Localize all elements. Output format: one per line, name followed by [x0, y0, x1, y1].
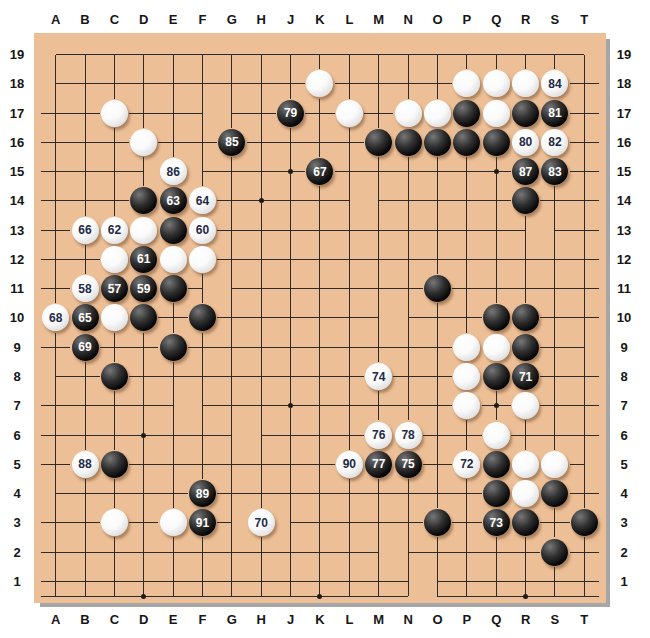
stone-white-C3[interactable]	[101, 509, 128, 536]
intersection-H16[interactable]	[423, 157, 452, 186]
intersection-B8[interactable]	[70, 479, 99, 508]
intersection-Q18[interactable]	[70, 99, 99, 128]
intersection-P6[interactable]	[276, 567, 305, 596]
intersection-N6[interactable]	[217, 567, 246, 596]
intersection-Q14[interactable]	[540, 245, 569, 274]
stone-white-E15[interactable]: 86	[160, 158, 187, 185]
stone-black-R15[interactable]: 87	[512, 158, 539, 185]
intersection-Q13[interactable]	[276, 303, 305, 332]
intersection-A17[interactable]	[217, 99, 246, 128]
intersection-C8[interactable]	[100, 479, 129, 508]
stone-black-O11[interactable]	[424, 275, 451, 302]
stone-white-Q6[interactable]	[483, 422, 510, 449]
intersection-P19[interactable]	[452, 40, 481, 69]
intersection-O8[interactable]	[452, 479, 481, 508]
intersection-N18[interactable]	[423, 69, 452, 98]
intersection-L19[interactable]	[335, 40, 364, 69]
stone-black-K15[interactable]: 67	[306, 158, 333, 185]
stone-white-M6[interactable]: 76	[365, 422, 392, 449]
intersection-K8[interactable]	[335, 479, 364, 508]
stone-white-R18[interactable]	[512, 70, 539, 97]
intersection-M8[interactable]	[393, 479, 422, 508]
intersection-O16[interactable]	[100, 186, 129, 215]
intersection-E18[interactable]	[158, 69, 187, 98]
intersection-A14[interactable]	[540, 216, 569, 245]
stone-white-B13[interactable]: 66	[72, 217, 99, 244]
intersection-A10[interactable]	[188, 391, 217, 420]
intersection-N14[interactable]	[452, 245, 481, 274]
stone-white-C12[interactable]	[101, 246, 128, 273]
intersection-B14[interactable]	[570, 216, 599, 245]
stone-black-C5[interactable]	[101, 451, 128, 478]
intersection-D16[interactable]	[276, 157, 305, 186]
intersection-E9[interactable]	[423, 420, 452, 449]
stone-white-Q18[interactable]	[483, 70, 510, 97]
stone-white-F14[interactable]: 64	[189, 187, 216, 214]
intersection-S8[interactable]	[129, 508, 158, 537]
intersection-K17[interactable]	[188, 128, 217, 157]
intersection-G12[interactable]	[100, 333, 129, 362]
intersection-S9[interactable]	[423, 450, 452, 479]
intersection-J10[interactable]	[423, 391, 452, 420]
intersection-M12[interactable]	[276, 333, 305, 362]
intersection-D13[interactable]	[305, 274, 334, 303]
intersection-T19[interactable]	[570, 40, 599, 69]
intersection-T11[interactable]	[158, 391, 187, 420]
intersection-S6[interactable]	[364, 567, 393, 596]
intersection-T13[interactable]	[364, 303, 393, 332]
intersection-L11[interactable]	[393, 362, 422, 391]
intersection-F9[interactable]	[452, 420, 481, 449]
intersection-L12[interactable]	[247, 333, 276, 362]
stone-black-C8[interactable]	[101, 363, 128, 390]
intersection-B6[interactable]	[423, 537, 452, 566]
intersection-M18[interactable]	[393, 69, 422, 98]
intersection-J13[interactable]	[482, 274, 511, 303]
intersection-C16[interactable]	[247, 157, 276, 186]
intersection-A12[interactable]	[393, 303, 422, 332]
intersection-M7[interactable]	[158, 537, 187, 566]
stone-black-B9[interactable]: 69	[72, 334, 99, 361]
intersection-F7[interactable]	[452, 508, 481, 537]
stone-white-F13[interactable]: 60	[189, 217, 216, 244]
intersection-H7[interactable]	[41, 537, 70, 566]
stone-black-M16[interactable]	[365, 129, 392, 156]
intersection-K13[interactable]	[511, 274, 540, 303]
intersection-N12[interactable]	[305, 333, 334, 362]
intersection-R15[interactable]	[452, 216, 481, 245]
intersection-T15[interactable]	[511, 216, 540, 245]
stone-white-C17[interactable]	[101, 100, 128, 127]
intersection-S18[interactable]	[158, 99, 187, 128]
stone-black-R10[interactable]	[512, 304, 539, 331]
intersection-R10[interactable]	[158, 420, 187, 449]
stone-black-Q3[interactable]: 73	[483, 509, 510, 536]
intersection-M13[interactable]	[570, 274, 599, 303]
stone-white-E3[interactable]	[160, 509, 187, 536]
intersection-D19[interactable]	[129, 40, 158, 69]
intersection-T6[interactable]	[393, 567, 422, 596]
intersection-S17[interactable]	[100, 157, 129, 186]
intersection-H6[interactable]	[70, 567, 99, 596]
intersection-J9[interactable]	[570, 420, 599, 449]
intersection-Q12[interactable]	[393, 333, 422, 362]
intersection-C15[interactable]	[423, 186, 452, 215]
intersection-J15[interactable]	[217, 216, 246, 245]
intersection-H8[interactable]	[276, 479, 305, 508]
stone-black-B10[interactable]: 65	[72, 304, 99, 331]
intersection-K14[interactable]	[364, 245, 393, 274]
intersection-F17[interactable]	[41, 128, 70, 157]
stone-black-J17[interactable]: 79	[277, 100, 304, 127]
intersection-F10[interactable]	[335, 391, 364, 420]
intersection-O18[interactable]	[570, 69, 599, 98]
intersection-J17[interactable]	[158, 128, 187, 157]
stone-black-E14[interactable]: 63	[160, 187, 187, 214]
stone-white-F12[interactable]	[189, 246, 216, 273]
stone-black-F4[interactable]: 89	[189, 480, 216, 507]
stone-black-M5[interactable]: 77	[365, 451, 392, 478]
intersection-R7[interactable]	[305, 537, 334, 566]
stone-white-E12[interactable]	[160, 246, 187, 273]
stone-white-P8[interactable]	[453, 363, 480, 390]
intersection-A15[interactable]	[364, 186, 393, 215]
intersection-E17[interactable]	[570, 99, 599, 128]
intersection-S10[interactable]	[188, 420, 217, 449]
intersection-P12[interactable]	[364, 333, 393, 362]
stone-black-C11[interactable]: 57	[101, 275, 128, 302]
intersection-J8[interactable]	[305, 479, 334, 508]
intersection-K19[interactable]	[305, 40, 334, 69]
stone-white-R5[interactable]	[512, 451, 539, 478]
intersection-D5[interactable]	[511, 567, 540, 596]
intersection-N13[interactable]	[158, 303, 187, 332]
intersection-F15[interactable]	[540, 186, 569, 215]
stone-white-N6[interactable]: 78	[395, 422, 422, 449]
intersection-M10[interactable]	[570, 391, 599, 420]
intersection-T7[interactable]	[364, 537, 393, 566]
intersection-H17[interactable]	[100, 128, 129, 157]
intersection-T10[interactable]	[217, 420, 246, 449]
intersection-B5[interactable]	[452, 567, 481, 596]
stone-white-P5[interactable]: 72	[453, 451, 480, 478]
stone-black-Q16[interactable]	[483, 129, 510, 156]
intersection-K18[interactable]	[335, 69, 364, 98]
intersection-L8[interactable]	[364, 479, 393, 508]
intersection-K11[interactable]	[335, 362, 364, 391]
intersection-E5[interactable]	[540, 567, 569, 596]
intersection-M19[interactable]	[364, 40, 393, 69]
intersection-R14[interactable]	[570, 245, 599, 274]
stone-white-M8[interactable]: 74	[365, 363, 392, 390]
intersection-F11[interactable]	[217, 362, 246, 391]
intersection-R16[interactable]	[276, 186, 305, 215]
intersection-A19[interactable]	[41, 40, 70, 69]
intersection-G18[interactable]	[217, 69, 246, 98]
intersection-R13[interactable]	[305, 303, 334, 332]
intersection-E19[interactable]	[158, 40, 187, 69]
intersection-N19[interactable]	[393, 40, 422, 69]
intersection-D10[interactable]	[276, 391, 305, 420]
intersection-Q8[interactable]	[41, 508, 70, 537]
intersection-K15[interactable]	[247, 216, 276, 245]
intersection-J18[interactable]	[276, 69, 305, 98]
intersection-F12[interactable]	[41, 333, 70, 362]
intersection-R9[interactable]	[305, 450, 334, 479]
stone-black-D14[interactable]	[130, 187, 157, 214]
stone-white-C10[interactable]	[101, 304, 128, 331]
intersection-P15[interactable]	[393, 216, 422, 245]
intersection-Q10[interactable]	[129, 420, 158, 449]
stone-black-E11[interactable]	[160, 275, 187, 302]
stone-black-F10[interactable]	[189, 304, 216, 331]
intersection-O14[interactable]	[482, 245, 511, 274]
intersection-K10[interactable]	[482, 391, 511, 420]
stone-white-R16[interactable]: 80	[512, 129, 539, 156]
stone-black-Q8[interactable]	[483, 363, 510, 390]
intersection-Q7[interactable]	[276, 537, 305, 566]
intersection-C9[interactable]	[305, 420, 334, 449]
intersection-P17[interactable]	[570, 128, 599, 157]
stone-white-Q9[interactable]	[483, 334, 510, 361]
intersection-R6[interactable]	[335, 567, 364, 596]
stone-black-D11[interactable]: 59	[130, 275, 157, 302]
intersection-P8[interactable]	[570, 479, 599, 508]
stone-white-P18[interactable]	[453, 70, 480, 97]
intersection-N7[interactable]	[188, 537, 217, 566]
intersection-S19[interactable]	[540, 40, 569, 69]
stone-white-S18[interactable]: 84	[541, 70, 568, 97]
intersection-Q17[interactable]	[41, 157, 70, 186]
intersection-O13[interactable]	[217, 303, 246, 332]
intersection-B12[interactable]	[423, 303, 452, 332]
stone-black-S15[interactable]: 83	[541, 158, 568, 185]
stone-white-Q17[interactable]	[483, 100, 510, 127]
intersection-K6[interactable]	[129, 567, 158, 596]
intersection-D14[interactable]	[70, 245, 99, 274]
stone-black-N16[interactable]	[395, 129, 422, 156]
stone-white-B5[interactable]: 88	[72, 451, 99, 478]
intersection-T12[interactable]	[570, 333, 599, 362]
intersection-E16[interactable]	[335, 157, 364, 186]
stone-black-R14[interactable]	[512, 187, 539, 214]
stone-black-G16[interactable]: 85	[218, 129, 245, 156]
intersection-L16[interactable]	[570, 157, 599, 186]
intersection-J12[interactable]	[188, 333, 217, 362]
intersection-Q11[interactable]	[70, 391, 99, 420]
intersection-L10[interactable]	[540, 391, 569, 420]
stone-black-R17[interactable]	[512, 100, 539, 127]
stone-white-B11[interactable]: 58	[72, 275, 99, 302]
intersection-A8[interactable]	[41, 479, 70, 508]
intersection-O6[interactable]	[247, 567, 276, 596]
intersection-F14[interactable]	[247, 245, 276, 274]
stone-black-Q10[interactable]	[483, 304, 510, 331]
intersection-L18[interactable]	[364, 69, 393, 98]
intersection-M16[interactable]	[41, 186, 70, 215]
stone-black-O16[interactable]	[424, 129, 451, 156]
intersection-L14[interactable]	[393, 245, 422, 274]
intersection-K7[interactable]	[100, 537, 129, 566]
stone-black-F3[interactable]: 91	[189, 509, 216, 536]
stone-white-O17[interactable]	[424, 100, 451, 127]
intersection-S15[interactable]	[482, 216, 511, 245]
intersection-C13[interactable]	[276, 274, 305, 303]
intersection-F8[interactable]	[217, 479, 246, 508]
stone-white-C13[interactable]: 62	[101, 217, 128, 244]
intersection-L9[interactable]	[129, 450, 158, 479]
intersection-N11[interactable]	[540, 362, 569, 391]
stone-black-N5[interactable]: 75	[395, 451, 422, 478]
intersection-P14[interactable]	[511, 245, 540, 274]
intersection-O15[interactable]	[364, 216, 393, 245]
intersection-O17[interactable]	[335, 128, 364, 157]
intersection-P7[interactable]	[247, 537, 276, 566]
stone-black-E9[interactable]	[160, 334, 187, 361]
intersection-O11[interactable]	[570, 362, 599, 391]
intersection-B17[interactable]	[247, 99, 276, 128]
stone-black-E13[interactable]	[160, 217, 187, 244]
intersection-B13[interactable]	[247, 274, 276, 303]
stone-black-R3[interactable]	[512, 509, 539, 536]
intersection-A6[interactable]	[393, 537, 422, 566]
intersection-N8[interactable]	[423, 479, 452, 508]
intersection-N16[interactable]	[70, 186, 99, 215]
intersection-B18[interactable]	[70, 69, 99, 98]
intersection-K12[interactable]	[217, 333, 246, 362]
intersection-R12[interactable]	[423, 333, 452, 362]
intersection-C10[interactable]	[247, 391, 276, 420]
intersection-E6[interactable]	[511, 537, 540, 566]
stone-black-D12[interactable]: 61	[130, 246, 157, 273]
intersection-P11[interactable]	[41, 391, 70, 420]
intersection-R18[interactable]	[129, 99, 158, 128]
intersection-R8[interactable]	[70, 508, 99, 537]
intersection-G8[interactable]	[247, 479, 276, 508]
intersection-A9[interactable]	[247, 420, 276, 449]
intersection-R11[interactable]	[100, 391, 129, 420]
intersection-B19[interactable]	[70, 40, 99, 69]
intersection-D18[interactable]	[129, 69, 158, 98]
intersection-H14[interactable]	[305, 245, 334, 274]
intersection-Q9[interactable]	[276, 450, 305, 479]
stone-black-Q4[interactable]	[483, 480, 510, 507]
intersection-E10[interactable]	[305, 391, 334, 420]
intersection-S7[interactable]	[335, 537, 364, 566]
intersection-G11[interactable]	[247, 362, 276, 391]
intersection-G19[interactable]	[217, 40, 246, 69]
intersection-F5[interactable]	[570, 567, 599, 596]
intersection-P10[interactable]	[100, 420, 129, 449]
intersection-J14[interactable]	[335, 245, 364, 274]
intersection-C5[interactable]	[482, 567, 511, 596]
stone-black-S17[interactable]: 81	[541, 100, 568, 127]
intersection-H11[interactable]	[276, 362, 305, 391]
stone-black-Q5[interactable]	[483, 451, 510, 478]
intersection-L13[interactable]	[540, 274, 569, 303]
intersection-S16[interactable]	[305, 186, 334, 215]
intersection-J19[interactable]	[276, 40, 305, 69]
intersection-J7[interactable]	[70, 537, 99, 566]
stone-white-K18[interactable]	[306, 70, 333, 97]
stone-white-P7[interactable]	[453, 392, 480, 419]
intersection-G17[interactable]	[70, 128, 99, 157]
intersection-S13[interactable]	[335, 303, 364, 332]
intersection-F18[interactable]	[188, 69, 217, 98]
intersection-L7[interactable]	[129, 537, 158, 566]
intersection-G13[interactable]	[393, 274, 422, 303]
intersection-B7[interactable]	[305, 508, 334, 537]
intersection-O9[interactable]	[217, 450, 246, 479]
intersection-E15[interactable]	[482, 186, 511, 215]
stone-black-D10[interactable]	[130, 304, 157, 331]
intersection-H15[interactable]	[41, 216, 70, 245]
intersection-D12[interactable]	[540, 303, 569, 332]
intersection-R19[interactable]	[511, 40, 540, 69]
intersection-P13[interactable]	[247, 303, 276, 332]
intersection-D9[interactable]	[335, 420, 364, 449]
intersection-A16[interactable]	[188, 157, 217, 186]
stone-white-S5[interactable]	[541, 451, 568, 478]
stone-black-R9[interactable]	[512, 334, 539, 361]
intersection-P18[interactable]	[41, 99, 70, 128]
intersection-E8[interactable]	[158, 479, 187, 508]
intersection-M9[interactable]	[158, 450, 187, 479]
intersection-Q16[interactable]	[247, 186, 276, 215]
stone-white-L5[interactable]: 90	[336, 451, 363, 478]
intersection-H12[interactable]	[129, 333, 158, 362]
intersection-L17[interactable]	[247, 128, 276, 157]
intersection-B15[interactable]	[393, 186, 422, 215]
intersection-O10[interactable]	[70, 420, 99, 449]
intersection-O7[interactable]	[217, 537, 246, 566]
intersection-L6[interactable]	[158, 567, 187, 596]
intersection-G9[interactable]	[511, 420, 540, 449]
intersection-C12[interactable]	[452, 303, 481, 332]
intersection-D17[interactable]	[364, 99, 393, 128]
intersection-E12[interactable]	[570, 303, 599, 332]
stone-white-L17[interactable]	[336, 100, 363, 127]
intersection-D11[interactable]	[158, 362, 187, 391]
intersection-D6[interactable]	[482, 537, 511, 566]
stone-black-T3[interactable]	[571, 509, 598, 536]
intersection-C6[interactable]	[452, 537, 481, 566]
stone-black-O3[interactable]	[424, 509, 451, 536]
intersection-E11[interactable]	[188, 362, 217, 391]
stone-white-H3[interactable]: 70	[248, 509, 275, 536]
stone-black-S4[interactable]	[541, 480, 568, 507]
intersection-E7[interactable]	[393, 508, 422, 537]
intersection-K16[interactable]	[482, 157, 511, 186]
intersection-J6[interactable]	[100, 567, 129, 596]
intersection-F16[interactable]	[364, 157, 393, 186]
intersection-F13[interactable]	[364, 274, 393, 303]
stone-white-N17[interactable]	[395, 100, 422, 127]
intersection-T17[interactable]	[129, 157, 158, 186]
intersection-A11[interactable]	[41, 362, 70, 391]
intersection-M11[interactable]	[423, 362, 452, 391]
stone-black-P17[interactable]	[453, 100, 480, 127]
intersection-A13[interactable]	[217, 274, 246, 303]
stone-white-R7[interactable]	[512, 392, 539, 419]
intersection-G16[interactable]	[393, 157, 422, 186]
intersection-D15[interactable]	[452, 186, 481, 215]
intersection-H9[interactable]	[540, 420, 569, 449]
intersection-Q6[interactable]	[305, 567, 334, 596]
intersection-A5[interactable]	[423, 567, 452, 596]
intersection-A18[interactable]	[41, 69, 70, 98]
intersection-F6[interactable]	[570, 537, 599, 566]
